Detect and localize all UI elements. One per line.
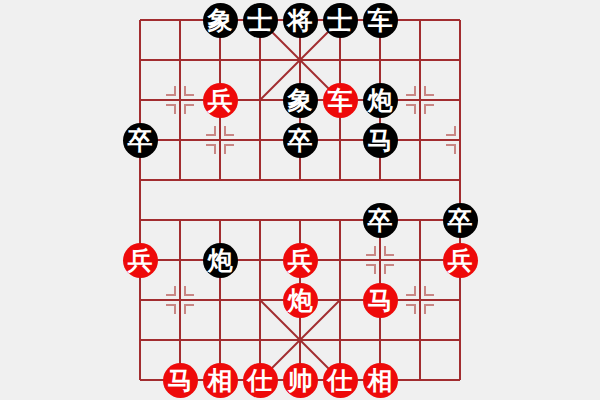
piece-black-soldier[interactable]: 卒	[443, 203, 478, 238]
piece-red-cannon[interactable]: 炮	[283, 283, 318, 318]
board-grid	[0, 0, 600, 400]
piece-black-elephant[interactable]: 象	[203, 3, 238, 38]
piece-red-chariot[interactable]: 车	[323, 83, 358, 118]
piece-black-soldier[interactable]: 卒	[123, 123, 158, 158]
piece-red-soldier[interactable]: 兵	[443, 243, 478, 278]
piece-black-advisor[interactable]: 士	[323, 3, 358, 38]
piece-red-general[interactable]: 帅	[283, 363, 318, 398]
piece-black-horse[interactable]: 马	[363, 123, 398, 158]
piece-black-elephant[interactable]: 象	[283, 83, 318, 118]
piece-red-advisor[interactable]: 仕	[323, 363, 358, 398]
piece-red-horse[interactable]: 马	[163, 363, 198, 398]
piece-black-general[interactable]: 将	[283, 3, 318, 38]
piece-red-soldier[interactable]: 兵	[123, 243, 158, 278]
piece-red-soldier[interactable]: 兵	[203, 83, 238, 118]
xiangqi-board[interactable]: 象士将士车兵象车炮卒卒马卒卒兵炮兵兵炮马马相仕帅仕相	[0, 0, 600, 400]
piece-black-cannon[interactable]: 炮	[363, 83, 398, 118]
piece-red-horse[interactable]: 马	[363, 283, 398, 318]
piece-red-elephant[interactable]: 相	[203, 363, 238, 398]
piece-red-advisor[interactable]: 仕	[243, 363, 278, 398]
piece-red-soldier[interactable]: 兵	[283, 243, 318, 278]
piece-black-soldier[interactable]: 卒	[363, 203, 398, 238]
piece-black-soldier[interactable]: 卒	[283, 123, 318, 158]
piece-red-elephant[interactable]: 相	[363, 363, 398, 398]
piece-black-chariot[interactable]: 车	[363, 3, 398, 38]
piece-black-advisor[interactable]: 士	[243, 3, 278, 38]
piece-black-cannon[interactable]: 炮	[203, 243, 238, 278]
